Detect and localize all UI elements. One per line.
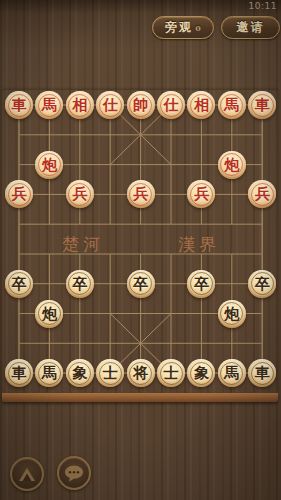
piece-red-c4r3[interactable]: 兵 <box>127 180 155 208</box>
piece-red-c7r2[interactable]: 炮 <box>218 151 246 179</box>
piece-glyph: 卒 <box>194 277 209 292</box>
piece-glyph: 炮 <box>224 158 239 173</box>
piece-black-c4r6[interactable]: 卒 <box>127 270 155 298</box>
piece-black-c7r7[interactable]: 炮 <box>218 300 246 328</box>
piece-glyph: 卒 <box>133 277 148 292</box>
piece-black-c2r6[interactable]: 卒 <box>66 270 94 298</box>
piece-glyph: 馬 <box>224 366 239 381</box>
piece-glyph: 車 <box>12 366 27 381</box>
observer-count-badge: 0 <box>195 23 201 33</box>
piece-glyph: 相 <box>72 98 87 113</box>
piece-glyph: 将 <box>133 366 148 381</box>
piece-glyph: 兵 <box>133 187 148 202</box>
piece-glyph: 馬 <box>42 98 57 113</box>
piece-glyph: 仕 <box>103 98 118 113</box>
piece-red-c6r0[interactable]: 相 <box>187 91 215 119</box>
piece-black-c1r9[interactable]: 馬 <box>35 359 63 387</box>
piece-glyph: 車 <box>12 98 27 113</box>
piece-black-c4r9[interactable]: 将 <box>127 359 155 387</box>
piece-glyph: 炮 <box>42 307 57 322</box>
piece-glyph: 馬 <box>42 366 57 381</box>
piece-glyph: 象 <box>72 366 87 381</box>
piece-black-c0r9[interactable]: 車 <box>5 359 33 387</box>
piece-red-c2r0[interactable]: 相 <box>66 91 94 119</box>
piece-red-c5r0[interactable]: 仕 <box>157 91 185 119</box>
system-clock: 10:11 <box>249 1 277 11</box>
expand-up-icon <box>18 467 36 482</box>
xiangqi-board[interactable]: 車馬相仕帥仕相馬車炮炮兵兵兵兵兵卒卒卒卒卒炮炮車馬象士将士象馬車 <box>2 90 278 393</box>
piece-black-c2r9[interactable]: 象 <box>66 359 94 387</box>
observe-button-label: 旁观 <box>165 19 193 36</box>
piece-glyph: 士 <box>164 366 179 381</box>
piece-red-c0r3[interactable]: 兵 <box>5 180 33 208</box>
river-label-left: 楚河 <box>62 233 104 256</box>
invite-button[interactable]: 邀请 <box>221 16 280 39</box>
piece-glyph: 兵 <box>255 187 270 202</box>
piece-glyph: 炮 <box>224 307 239 322</box>
invite-button-label: 邀请 <box>237 19 265 36</box>
piece-black-c5r9[interactable]: 士 <box>157 359 185 387</box>
piece-black-c1r7[interactable]: 炮 <box>35 300 63 328</box>
board-grid-lines <box>2 90 278 393</box>
piece-red-c6r3[interactable]: 兵 <box>187 180 215 208</box>
piece-red-c8r3[interactable]: 兵 <box>248 180 276 208</box>
expand-menu-button[interactable] <box>10 457 44 491</box>
piece-glyph: 炮 <box>42 158 57 173</box>
piece-glyph: 相 <box>194 98 209 113</box>
board-bottom-edge <box>2 393 278 402</box>
piece-red-c2r3[interactable]: 兵 <box>66 180 94 208</box>
piece-red-c7r0[interactable]: 馬 <box>218 91 246 119</box>
piece-glyph: 兵 <box>72 187 87 202</box>
chat-button[interactable] <box>57 456 91 490</box>
piece-glyph: 馬 <box>224 98 239 113</box>
piece-red-c1r0[interactable]: 馬 <box>35 91 63 119</box>
piece-red-c0r0[interactable]: 車 <box>5 91 33 119</box>
piece-red-c8r0[interactable]: 車 <box>248 91 276 119</box>
piece-glyph: 卒 <box>72 277 87 292</box>
piece-glyph: 帥 <box>133 98 148 113</box>
piece-glyph: 車 <box>255 366 270 381</box>
river-label-right: 漢界 <box>178 233 220 256</box>
piece-red-c3r0[interactable]: 仕 <box>96 91 124 119</box>
observe-button[interactable]: 旁观 0 <box>152 16 214 39</box>
piece-red-c4r0[interactable]: 帥 <box>127 91 155 119</box>
piece-glyph: 象 <box>194 366 209 381</box>
piece-glyph: 兵 <box>194 187 209 202</box>
piece-black-c6r9[interactable]: 象 <box>187 359 215 387</box>
piece-black-c8r6[interactable]: 卒 <box>248 270 276 298</box>
piece-glyph: 卒 <box>12 277 27 292</box>
piece-glyph: 士 <box>103 366 118 381</box>
piece-black-c3r9[interactable]: 士 <box>96 359 124 387</box>
piece-black-c0r6[interactable]: 卒 <box>5 270 33 298</box>
piece-red-c1r2[interactable]: 炮 <box>35 151 63 179</box>
piece-glyph: 仕 <box>164 98 179 113</box>
chat-icon <box>64 465 84 482</box>
piece-glyph: 車 <box>255 98 270 113</box>
piece-black-c6r6[interactable]: 卒 <box>187 270 215 298</box>
piece-glyph: 卒 <box>255 277 270 292</box>
piece-black-c7r9[interactable]: 馬 <box>218 359 246 387</box>
piece-glyph: 兵 <box>12 187 27 202</box>
piece-black-c8r9[interactable]: 車 <box>248 359 276 387</box>
